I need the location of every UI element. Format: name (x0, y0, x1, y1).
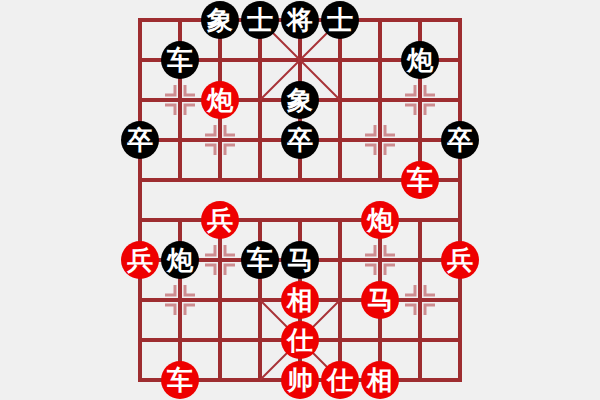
board-cell (440, 320, 480, 360)
board-cell (400, 360, 440, 400)
board-cell (320, 280, 360, 320)
board-cell (160, 120, 200, 160)
board-cell (360, 40, 400, 80)
board-cell (320, 160, 360, 200)
board-cell: 兵 (120, 240, 160, 280)
board-cell (360, 160, 400, 200)
board-cell (440, 80, 480, 120)
board-cell: 卒 (440, 120, 480, 160)
board-cell (360, 320, 400, 360)
board-cell (240, 200, 280, 240)
board-cell (440, 40, 480, 80)
board-cell (440, 360, 480, 400)
board-cell (280, 200, 320, 240)
board-cell (240, 40, 280, 80)
board-cell (400, 320, 440, 360)
board-cell (400, 280, 440, 320)
board-cell (400, 240, 440, 280)
piece-black-advisor[interactable]: 士 (241, 1, 279, 39)
board-cell: 车 (240, 240, 280, 280)
piece-red-chariot[interactable]: 车 (401, 161, 439, 199)
board-cell (240, 80, 280, 120)
piece-red-advisor[interactable]: 仕 (281, 321, 319, 359)
piece-black-general[interactable]: 将 (281, 1, 319, 39)
board-cell (320, 320, 360, 360)
board-cell: 士 (320, 0, 360, 40)
board-cell: 仕 (280, 320, 320, 360)
board-cell: 炮 (200, 80, 240, 120)
piece-black-elephant[interactable]: 象 (281, 81, 319, 119)
piece-red-horse[interactable]: 马 (361, 281, 399, 319)
board-cell (200, 320, 240, 360)
board-cell: 车 (160, 360, 200, 400)
piece-black-chariot[interactable]: 车 (241, 241, 279, 279)
board-cell (320, 80, 360, 120)
piece-black-soldier[interactable]: 卒 (281, 121, 319, 159)
board-cell (240, 160, 280, 200)
piece-black-elephant[interactable]: 象 (201, 1, 239, 39)
board-cell (360, 240, 400, 280)
board-cell (440, 0, 480, 40)
board-cell (160, 280, 200, 320)
piece-black-horse[interactable]: 马 (281, 241, 319, 279)
board-cell (280, 160, 320, 200)
piece-black-soldier[interactable]: 卒 (121, 121, 159, 159)
board-cell: 马 (280, 240, 320, 280)
board-cell (320, 40, 360, 80)
board-cell: 象 (280, 80, 320, 120)
board-cell (120, 360, 160, 400)
board-cell (200, 240, 240, 280)
piece-black-chariot[interactable]: 车 (161, 41, 199, 79)
piece-black-cannon[interactable]: 炮 (401, 41, 439, 79)
board-cell (240, 280, 280, 320)
board-cell (120, 280, 160, 320)
board-cell (120, 80, 160, 120)
board-cell (360, 80, 400, 120)
board-cell: 象 (200, 0, 240, 40)
board-cell (400, 0, 440, 40)
board-cell: 炮 (160, 240, 200, 280)
piece-red-elephant[interactable]: 相 (361, 361, 399, 399)
piece-red-soldier[interactable]: 兵 (201, 201, 239, 239)
board-cell: 炮 (360, 200, 400, 240)
board-cell (240, 360, 280, 400)
piece-red-elephant[interactable]: 相 (281, 281, 319, 319)
xiangqi-board: 象士将士车炮炮象卒卒卒车兵炮兵炮车马兵相马仕车帅仕相 (120, 0, 480, 400)
board-cell: 卒 (120, 120, 160, 160)
board-cell (240, 320, 280, 360)
board-cell (320, 120, 360, 160)
board-cell (400, 120, 440, 160)
piece-black-advisor[interactable]: 士 (321, 1, 359, 39)
board-cell: 兵 (200, 200, 240, 240)
board-cell: 车 (400, 160, 440, 200)
piece-red-chariot[interactable]: 车 (161, 361, 199, 399)
board-cell (320, 200, 360, 240)
board-cell: 炮 (400, 40, 440, 80)
piece-red-advisor[interactable]: 仕 (321, 361, 359, 399)
board-cell (200, 120, 240, 160)
board-cell: 将 (280, 0, 320, 40)
piece-black-cannon[interactable]: 炮 (161, 241, 199, 279)
piece-black-soldier[interactable]: 卒 (441, 121, 479, 159)
board-cell (120, 320, 160, 360)
board-cell: 马 (360, 280, 400, 320)
board-cell: 仕 (320, 360, 360, 400)
board-cell (120, 160, 160, 200)
board-cell (200, 40, 240, 80)
piece-red-cannon[interactable]: 炮 (361, 201, 399, 239)
board-cell (200, 360, 240, 400)
board-cell (160, 160, 200, 200)
board-cell (120, 0, 160, 40)
xiangqi-board-screen: 象士将士车炮炮象卒卒卒车兵炮兵炮车马兵相马仕车帅仕相 (0, 0, 600, 400)
board-cell: 车 (160, 40, 200, 80)
board-cell (400, 200, 440, 240)
board-cell (160, 80, 200, 120)
board-cell: 相 (360, 360, 400, 400)
board-cell: 卒 (280, 120, 320, 160)
piece-red-cannon[interactable]: 炮 (201, 81, 239, 119)
board-cell (160, 200, 200, 240)
piece-red-soldier[interactable]: 兵 (121, 241, 159, 279)
board-cell (320, 240, 360, 280)
board-cell: 兵 (440, 240, 480, 280)
board-cell (440, 160, 480, 200)
board-cell (120, 40, 160, 80)
board-cell: 帅 (280, 360, 320, 400)
board-cell: 相 (280, 280, 320, 320)
board-cell (200, 280, 240, 320)
board-cell (440, 200, 480, 240)
board-cell (160, 320, 200, 360)
board-cell (360, 0, 400, 40)
board-cell (400, 80, 440, 120)
board-cell (160, 0, 200, 40)
board-cell (120, 200, 160, 240)
board-cell (240, 120, 280, 160)
board-cell (280, 40, 320, 80)
board-cell (200, 160, 240, 200)
piece-red-general[interactable]: 帅 (281, 361, 319, 399)
board-cell: 士 (240, 0, 280, 40)
piece-red-soldier[interactable]: 兵 (441, 241, 479, 279)
board-cell (440, 280, 480, 320)
board-cell (360, 120, 400, 160)
